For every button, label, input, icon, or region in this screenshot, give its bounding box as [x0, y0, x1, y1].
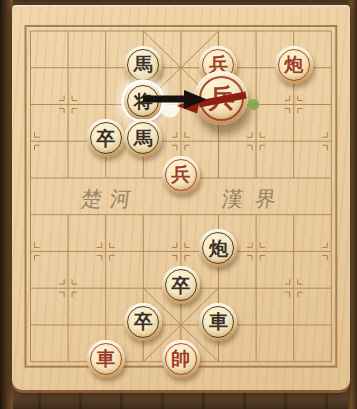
piece-black-soldier-3[interactable]: 卒	[124, 303, 162, 341]
piece-glyph: 卒	[171, 276, 190, 295]
piece-red-cannon[interactable]: 炮	[275, 46, 313, 84]
piece-glyph: 馬	[134, 55, 153, 74]
piece-glyph: 車	[96, 349, 115, 368]
piece-glyph: 馬	[134, 129, 153, 148]
piece-black-soldier-2[interactable]: 卒	[162, 266, 200, 304]
piece-glyph: 将	[134, 92, 153, 111]
xiangqi-game-screen: 楚河 漢界 馬兵炮将兵卒馬兵炮卒卒車車帥	[0, 0, 357, 409]
river-label-han-jie: 漢界	[220, 186, 289, 212]
piece-glyph: 卒	[134, 312, 153, 331]
piece-red-soldier-3[interactable]: 兵	[162, 156, 200, 194]
piece-black-soldier-1[interactable]: 卒	[87, 119, 125, 157]
piece-red-chariot[interactable]: 車	[87, 340, 125, 378]
piece-glyph: 兵	[208, 85, 234, 111]
piece-glyph: 炮	[284, 55, 303, 74]
piece-glyph: 炮	[209, 239, 228, 258]
piece-black-horse-1[interactable]: 馬	[124, 46, 162, 84]
piece-glyph: 卒	[96, 129, 115, 148]
piece-black-horse-2[interactable]: 馬	[124, 119, 162, 157]
piece-black-general[interactable]: 将	[124, 82, 162, 120]
piece-glyph: 車	[209, 312, 228, 331]
piece-red-soldier-2[interactable]: 兵	[194, 71, 248, 125]
piece-black-cannon[interactable]: 炮	[199, 229, 237, 267]
piece-glyph: 兵	[171, 165, 190, 184]
piece-black-chariot[interactable]: 車	[199, 303, 237, 341]
piece-red-general[interactable]: 帥	[162, 340, 200, 378]
piece-glyph: 帥	[171, 349, 190, 368]
river-label-chu-he: 楚河	[79, 186, 140, 212]
